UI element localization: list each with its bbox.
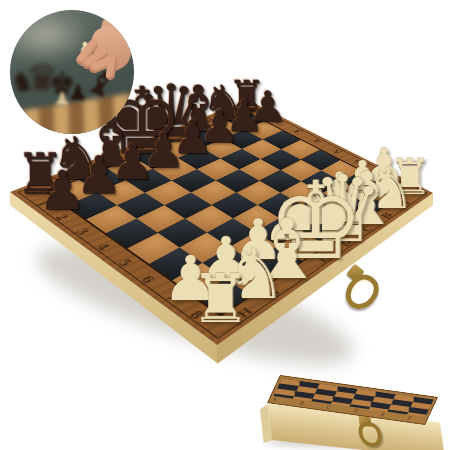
coord-rank8-side-B: B xyxy=(379,211,395,220)
coord-rank8-side-F: F xyxy=(291,270,308,281)
box-latch-ring-icon xyxy=(357,421,383,449)
brass-clasp-icon xyxy=(341,264,381,314)
coord-rank1-side-A: A xyxy=(224,109,237,115)
coord-hfile-side-3: 3 xyxy=(73,227,92,237)
coord-hfile-side-5: 5 xyxy=(115,257,135,269)
folded-chess-box: A B C D E F G H xyxy=(258,368,450,450)
coord-rank1-side-E: E xyxy=(132,144,147,151)
coord-afile-side-1: 1 xyxy=(256,110,269,116)
coord-hfile-side-4: 4 xyxy=(94,242,114,253)
coord-afile-side-4: 4 xyxy=(311,138,324,144)
coord-rank8-side-C: C xyxy=(359,224,375,234)
coord-rank8-side-E: E xyxy=(315,253,332,264)
coord-rank1-side-F: F xyxy=(106,155,121,163)
coord-afile-side-6: 6 xyxy=(351,158,364,165)
coord-rank8-side-H: H xyxy=(234,306,256,321)
coord-hfile-side-2: 2 xyxy=(53,212,72,222)
coord-rank8-side-A: A xyxy=(398,199,413,208)
coord-hfile-side-7: 7 xyxy=(162,290,182,303)
coord-afile-side-5: 5 xyxy=(331,148,344,155)
coord-hfile-side-8: 8 xyxy=(187,308,207,322)
clasp-hook xyxy=(339,269,385,316)
coord-afile-side-8: 8 xyxy=(394,180,407,188)
coord-afile-side-2: 2 xyxy=(274,119,287,125)
coord-rank1-side-C: C xyxy=(181,126,195,133)
coord-hfile-side-6: 6 xyxy=(138,273,158,285)
coord-rank8-side-G: G xyxy=(263,287,283,300)
coord-afile-side-3: 3 xyxy=(292,128,305,134)
coord-afile-side-7: 7 xyxy=(372,169,385,176)
coord-rank8-side-D: D xyxy=(338,238,355,249)
inset-light-pawn-icon: ♟ xyxy=(54,90,70,108)
inset-photo-circle: ♞ ♛ ♚ ♟ ♟ ♝ ♝ xyxy=(10,10,134,134)
coord-hfile-side-1: 1 xyxy=(34,199,53,208)
